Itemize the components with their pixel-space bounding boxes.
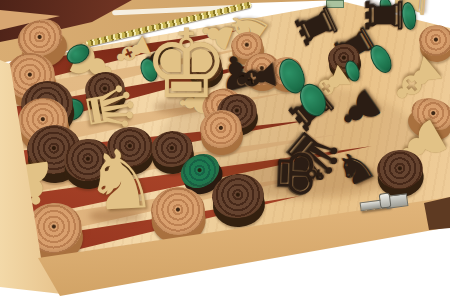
light-checker[interactable] xyxy=(198,107,245,150)
dark-checker[interactable] xyxy=(375,149,424,192)
spilled-chess-set-photo: ♚♛♟♝♞♟♞♝♝♟♟♟♜♜♜♜♝♜♛♚♟♟♞♟ xyxy=(0,0,450,300)
dark-checker[interactable] xyxy=(210,171,266,220)
black-king[interactable]: ♚ xyxy=(269,145,330,190)
white-queen[interactable]: ♛ xyxy=(74,76,143,131)
white-knight[interactable]: ♞ xyxy=(82,139,145,224)
white-king[interactable]: ♚ xyxy=(144,17,212,112)
clasp-knob xyxy=(379,192,392,208)
light-checker[interactable] xyxy=(149,185,206,236)
